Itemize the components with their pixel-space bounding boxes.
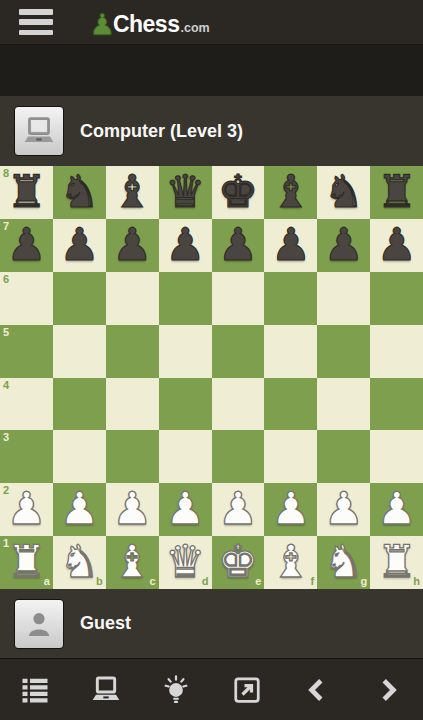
chess-app: ♟ Chess .com Computer (Level 3) 8♜♞♝♛♚♝♞… <box>0 0 423 720</box>
white-pawn[interactable]: ♟ <box>376 486 416 531</box>
square-b3[interactable] <box>53 430 106 483</box>
square-h3[interactable] <box>370 430 423 483</box>
white-pawn[interactable]: ♟ <box>112 486 152 531</box>
hint-button[interactable] <box>152 666 200 714</box>
chess-board: 8♜♞♝♛♚♝♞♜7♟♟♟♟♟♟♟♟65432♟♟♟♟♟♟♟♟1a♜b♞c♝d♛… <box>0 166 423 589</box>
black-pawn[interactable]: ♟ <box>165 222 205 267</box>
square-g2[interactable]: ♟ <box>317 483 370 536</box>
header-bar: ♟ Chess .com <box>0 0 423 45</box>
square-e8[interactable]: ♚ <box>212 166 265 219</box>
logo-text: Chess <box>113 11 180 38</box>
white-pawn[interactable]: ♟ <box>165 486 205 531</box>
moves-list-button[interactable] <box>11 666 59 714</box>
white-bishop[interactable]: ♝ <box>112 539 152 584</box>
forward-button[interactable] <box>364 666 412 714</box>
white-pawn[interactable]: ♟ <box>271 486 311 531</box>
rank-label-6: 6 <box>3 274 9 285</box>
black-rook[interactable]: ♜ <box>376 169 416 214</box>
square-h5[interactable] <box>370 325 423 378</box>
square-a3[interactable]: 3 <box>0 430 53 483</box>
black-pawn[interactable]: ♟ <box>59 222 99 267</box>
square-c3[interactable] <box>106 430 159 483</box>
computer-icon <box>90 675 122 705</box>
top-spacer-strip <box>0 45 423 96</box>
square-f2[interactable]: ♟ <box>264 483 317 536</box>
square-e3[interactable] <box>212 430 265 483</box>
square-c5[interactable] <box>106 325 159 378</box>
white-pawn[interactable]: ♟ <box>6 486 46 531</box>
square-g4[interactable] <box>317 378 370 431</box>
square-g5[interactable] <box>317 325 370 378</box>
square-d8[interactable]: ♛ <box>159 166 212 219</box>
computer-icon <box>22 116 56 146</box>
person-icon <box>23 608 55 640</box>
square-a5[interactable]: 5 <box>0 325 53 378</box>
black-pawn[interactable]: ♟ <box>376 222 416 267</box>
square-b5[interactable] <box>53 325 106 378</box>
black-bishop[interactable]: ♝ <box>112 169 152 214</box>
black-pawn[interactable]: ♟ <box>112 222 152 267</box>
square-c6[interactable] <box>106 272 159 325</box>
hint-lightbulb-icon <box>161 674 191 706</box>
white-pawn[interactable]: ♟ <box>218 486 258 531</box>
opponent-name: Computer (Level 3) <box>80 121 243 142</box>
white-rook[interactable]: ♜ <box>6 539 46 584</box>
bottom-toolbar <box>0 658 423 720</box>
square-c7[interactable]: ♟ <box>106 219 159 272</box>
square-b8[interactable]: ♞ <box>53 166 106 219</box>
square-e7[interactable]: ♟ <box>212 219 265 272</box>
square-a1[interactable]: 1a♜ <box>0 536 53 589</box>
square-h8[interactable]: ♜ <box>370 166 423 219</box>
square-h2[interactable]: ♟ <box>370 483 423 536</box>
square-c2[interactable]: ♟ <box>106 483 159 536</box>
player-name: Guest <box>80 613 131 634</box>
white-pawn[interactable]: ♟ <box>324 486 364 531</box>
black-pawn[interactable]: ♟ <box>6 222 46 267</box>
white-knight[interactable]: ♞ <box>59 539 99 584</box>
square-g3[interactable] <box>317 430 370 483</box>
square-d1[interactable]: d♛ <box>159 536 212 589</box>
player-avatar[interactable] <box>14 599 64 649</box>
square-e4[interactable] <box>212 378 265 431</box>
square-g6[interactable] <box>317 272 370 325</box>
black-pawn[interactable]: ♟ <box>218 222 258 267</box>
square-a6[interactable]: 6 <box>0 272 53 325</box>
square-h6[interactable] <box>370 272 423 325</box>
square-d7[interactable]: ♟ <box>159 219 212 272</box>
moves-list-icon <box>20 675 50 705</box>
square-b1[interactable]: b♞ <box>53 536 106 589</box>
square-d4[interactable] <box>159 378 212 431</box>
square-b4[interactable] <box>53 378 106 431</box>
square-h7[interactable]: ♟ <box>370 219 423 272</box>
white-knight[interactable]: ♞ <box>324 539 364 584</box>
square-d6[interactable] <box>159 272 212 325</box>
square-f6[interactable] <box>264 272 317 325</box>
square-a7[interactable]: 7♟ <box>0 219 53 272</box>
square-f3[interactable] <box>264 430 317 483</box>
square-e5[interactable] <box>212 325 265 378</box>
white-pawn[interactable]: ♟ <box>59 486 99 531</box>
square-c1[interactable]: c♝ <box>106 536 159 589</box>
black-queen[interactable]: ♛ <box>165 169 205 214</box>
square-f7[interactable]: ♟ <box>264 219 317 272</box>
square-g1[interactable]: g♞ <box>317 536 370 589</box>
rank-label-4: 4 <box>3 380 9 391</box>
square-f1[interactable]: f♝ <box>264 536 317 589</box>
black-pawn[interactable]: ♟ <box>271 222 311 267</box>
opponent-row: Computer (Level 3) <box>0 96 423 166</box>
logo-tld-text: .com <box>180 21 209 35</box>
black-king[interactable]: ♚ <box>218 169 258 214</box>
square-a4[interactable]: 4 <box>0 378 53 431</box>
back-button[interactable] <box>293 666 341 714</box>
black-knight[interactable]: ♞ <box>59 169 99 214</box>
chess-com-logo[interactable]: ♟ Chess .com <box>89 7 210 38</box>
square-d2[interactable]: ♟ <box>159 483 212 536</box>
black-rook[interactable]: ♜ <box>6 169 46 214</box>
square-e2[interactable]: ♟ <box>212 483 265 536</box>
square-a8[interactable]: 8♜ <box>0 166 53 219</box>
square-c8[interactable]: ♝ <box>106 166 159 219</box>
square-e1[interactable]: e♚ <box>212 536 265 589</box>
player-row: Guest <box>0 589 423 658</box>
square-f4[interactable] <box>264 378 317 431</box>
square-b6[interactable] <box>53 272 106 325</box>
square-f5[interactable] <box>264 325 317 378</box>
square-h1[interactable]: h♜ <box>370 536 423 589</box>
rank-label-5: 5 <box>3 327 9 338</box>
square-h4[interactable] <box>370 378 423 431</box>
menu-hamburger-icon[interactable] <box>19 9 53 35</box>
square-b2[interactable]: ♟ <box>53 483 106 536</box>
black-knight[interactable]: ♞ <box>324 169 364 214</box>
white-bishop[interactable]: ♝ <box>271 539 311 584</box>
computer-button[interactable] <box>82 666 130 714</box>
forward-arrow-icon <box>375 676 401 704</box>
back-arrow-icon <box>304 676 330 704</box>
black-bishop[interactable]: ♝ <box>271 169 311 214</box>
square-g7[interactable]: ♟ <box>317 219 370 272</box>
square-d3[interactable] <box>159 430 212 483</box>
opponent-avatar[interactable] <box>14 106 64 156</box>
black-pawn[interactable]: ♟ <box>324 222 364 267</box>
square-g8[interactable]: ♞ <box>317 166 370 219</box>
flip-expand-icon <box>232 675 262 705</box>
square-f8[interactable]: ♝ <box>264 166 317 219</box>
square-b7[interactable]: ♟ <box>53 219 106 272</box>
square-e6[interactable] <box>212 272 265 325</box>
file-label-f: f <box>311 576 315 587</box>
white-king[interactable]: ♚ <box>218 539 258 584</box>
square-d5[interactable] <box>159 325 212 378</box>
square-c4[interactable] <box>106 378 159 431</box>
white-queen[interactable]: ♛ <box>165 539 205 584</box>
logo-pawn-icon: ♟ <box>89 10 116 40</box>
rank-label-3: 3 <box>3 432 9 443</box>
white-rook[interactable]: ♜ <box>376 539 416 584</box>
flip-expand-button[interactable] <box>223 666 271 714</box>
square-a2[interactable]: 2♟ <box>0 483 53 536</box>
